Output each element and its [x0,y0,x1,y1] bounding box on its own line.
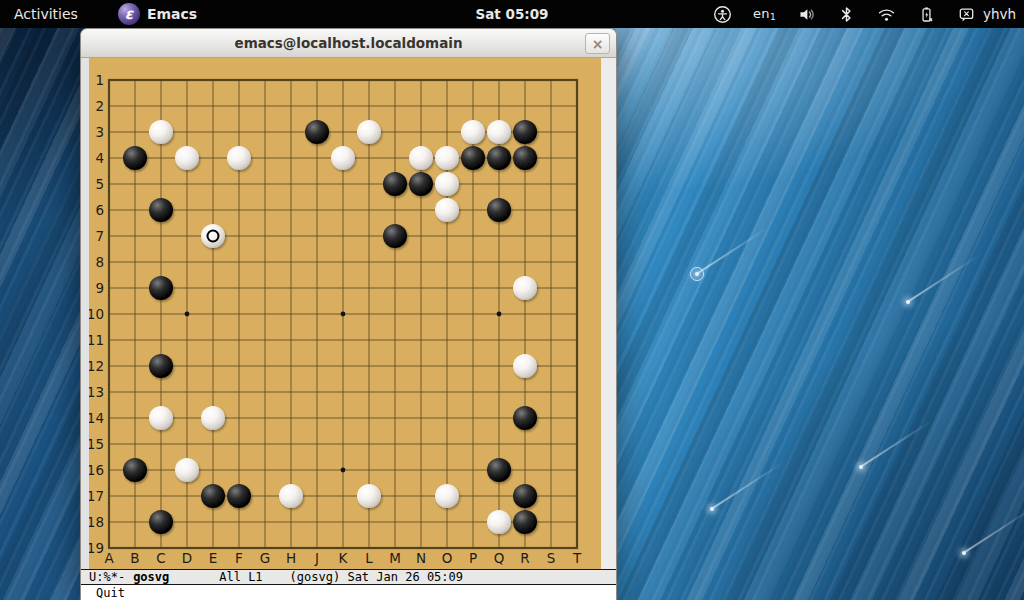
stone-white-Q3 [487,120,511,144]
stone-white-Q18 [487,510,511,534]
stone-white-K4 [331,146,355,170]
stone-white-E14 [201,406,225,430]
row-label: 3 [95,124,104,140]
stone-white-P3 [461,120,485,144]
column-label: Q [494,550,505,566]
comet-star [710,507,714,511]
column-label: P [469,550,477,566]
stone-black-B4 [123,146,147,170]
column-label: J [314,550,319,566]
row-label: 15 [89,436,104,452]
stone-black-C18 [149,510,173,534]
stone-white-L3 [357,120,381,144]
echo-area: Quit [81,585,616,600]
row-label: 9 [95,280,104,296]
go-board[interactable]: 12345678910111213141516171819ABCDEFGHJKL… [89,58,601,569]
stone-white-R9 [513,276,537,300]
modeline-status: U:%*- [89,570,125,584]
activities-button[interactable]: Activities [0,0,92,28]
stone-white-H17 [279,484,303,508]
row-label: 10 [89,306,104,322]
row-label: 16 [89,462,104,478]
stone-black-R4 [513,146,537,170]
app-menu-label: Emacs [147,6,197,22]
stone-black-M5 [383,172,407,196]
row-label: 13 [89,384,104,400]
stone-black-Q4 [487,146,511,170]
clock-button[interactable]: Sat 05:09 [476,6,549,22]
row-label: 18 [89,514,104,530]
close-button[interactable]: × [585,33,610,54]
column-label: R [520,550,529,566]
stone-white-O5 [435,172,459,196]
window-titlebar[interactable]: emacs@localhost.localdomain × [81,29,616,58]
stone-black-E17 [201,484,225,508]
app-menu[interactable]: ε Emacs [110,0,205,28]
column-label: F [235,550,243,566]
star-point-D10 [185,312,190,317]
battery-icon[interactable] [917,5,936,24]
stone-black-Q16 [487,458,511,482]
wifi-icon[interactable] [877,5,896,24]
bluetooth-icon[interactable] [837,5,856,24]
keyboard-layout-indicator[interactable]: en1 [753,6,776,22]
row-label: 17 [89,488,104,504]
window-title: emacs@localhost.localdomain [234,35,462,51]
column-label: M [389,550,401,566]
comet-star [859,465,863,469]
column-label: H [286,550,296,566]
stone-white-O4 [435,146,459,170]
row-label: 2 [95,98,104,114]
stone-black-R17 [513,484,537,508]
stone-black-R18 [513,510,537,534]
stone-black-R3 [513,120,537,144]
stone-white-C14 [149,406,173,430]
stone-black-J3 [305,120,329,144]
stone-black-B16 [123,458,147,482]
column-label: G [260,550,270,566]
stone-white-L17 [357,484,381,508]
stone-black-Q6 [487,198,511,222]
column-label: T [572,550,582,566]
stone-white-E7 [201,224,225,248]
column-label: A [104,550,114,566]
row-label: 11 [89,332,104,348]
row-label: 7 [95,228,104,244]
stone-white-C3 [149,120,173,144]
column-label: B [130,550,139,566]
modeline-position: All L1 [219,570,262,584]
stone-black-C6 [149,198,173,222]
volume-icon[interactable] [797,5,816,24]
username-label: yhvh [983,6,1016,22]
stone-black-C9 [149,276,173,300]
column-label: O [442,550,453,566]
stone-black-M7 [383,224,407,248]
comet-star [906,300,910,304]
stone-white-N4 [409,146,433,170]
accessibility-icon[interactable] [713,5,732,24]
column-label: L [365,550,373,566]
row-label: 8 [95,254,104,270]
row-label: 5 [95,176,104,192]
left-fringe [81,58,89,569]
row-label: 4 [95,150,104,166]
emacs-icon: ε [118,3,140,25]
stone-black-P4 [461,146,485,170]
star-point-K10 [341,312,346,317]
stone-white-R12 [513,354,537,378]
star-point-Q10 [497,312,502,317]
star-point-K16 [341,468,346,473]
stone-black-R14 [513,406,537,430]
user-menu[interactable]: yhvh [957,5,1016,24]
column-label: E [209,550,218,566]
gnome-top-panel: Activities ε Emacs Sat 05:09 en1 [0,0,1024,28]
column-label: C [156,550,165,566]
row-label: 14 [89,410,104,426]
echo-message: Quit [96,586,125,600]
stone-black-N5 [409,172,433,196]
row-label: 19 [89,540,104,556]
stone-white-D16 [175,458,199,482]
column-label: K [339,550,349,566]
row-label: 6 [95,202,104,218]
row-label: 1 [95,72,104,88]
stone-black-F17 [227,484,251,508]
stone-white-O6 [435,198,459,222]
emacs-window: emacs@localhost.localdomain × [80,28,617,600]
column-label: N [416,550,426,566]
chat-status-icon [957,5,976,24]
column-label: S [547,550,556,566]
stone-black-C12 [149,354,173,378]
column-label: D [182,550,192,566]
comet-star [962,551,966,555]
modeline-buffer-name[interactable]: gosvg [133,570,169,584]
stone-white-O17 [435,484,459,508]
emacs-modeline[interactable]: U:%*- gosvg All L1 (gosvg) Sat Jan 26 05… [81,569,616,585]
comet-star [695,272,699,276]
row-label: 12 [89,358,104,374]
stone-white-F4 [227,146,251,170]
emacs-buffer: 12345678910111213141516171819ABCDEFGHJKL… [81,58,616,569]
desktop-screen: Activities ε Emacs Sat 05:09 en1 [0,0,1024,600]
modeline-mode[interactable]: (gosvg) Sat Jan 26 05:09 [290,570,463,584]
stone-white-D4 [175,146,199,170]
